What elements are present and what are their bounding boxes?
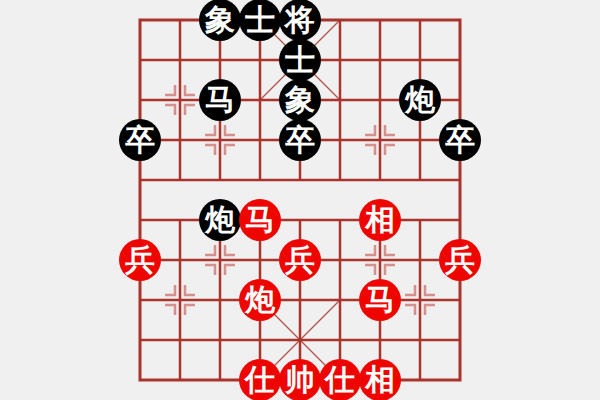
piece-black-soldier[interactable]: 卒	[439, 119, 481, 161]
piece-red-elephant[interactable]: 相	[359, 359, 401, 400]
pieces-layer: 象士将士马象炮卒卒卒炮马相兵兵兵炮马仕帅仕相	[120, 0, 480, 400]
piece-red-elephant[interactable]: 相	[359, 199, 401, 241]
piece-black-general[interactable]: 将	[279, 0, 321, 41]
piece-red-horse[interactable]: 马	[359, 279, 401, 321]
piece-red-soldier[interactable]: 兵	[119, 239, 161, 281]
piece-black-cannon[interactable]: 炮	[399, 79, 441, 121]
piece-red-horse[interactable]: 马	[239, 199, 281, 241]
piece-black-advisor[interactable]: 士	[239, 0, 281, 41]
piece-red-general[interactable]: 帅	[279, 359, 321, 400]
piece-black-soldier[interactable]: 卒	[119, 119, 161, 161]
piece-black-advisor[interactable]: 士	[279, 39, 321, 81]
piece-black-horse[interactable]: 马	[199, 79, 241, 121]
piece-black-cannon[interactable]: 炮	[199, 199, 241, 241]
piece-black-elephant[interactable]: 象	[279, 79, 321, 121]
piece-black-soldier[interactable]: 卒	[279, 119, 321, 161]
piece-red-cannon[interactable]: 炮	[239, 279, 281, 321]
xiangqi-board: 象士将士马象炮卒卒卒炮马相兵兵兵炮马仕帅仕相	[0, 0, 600, 400]
piece-red-advisor[interactable]: 仕	[319, 359, 361, 400]
piece-black-elephant[interactable]: 象	[199, 0, 241, 41]
piece-red-soldier[interactable]: 兵	[439, 239, 481, 281]
piece-red-soldier[interactable]: 兵	[279, 239, 321, 281]
piece-red-advisor[interactable]: 仕	[239, 359, 281, 400]
